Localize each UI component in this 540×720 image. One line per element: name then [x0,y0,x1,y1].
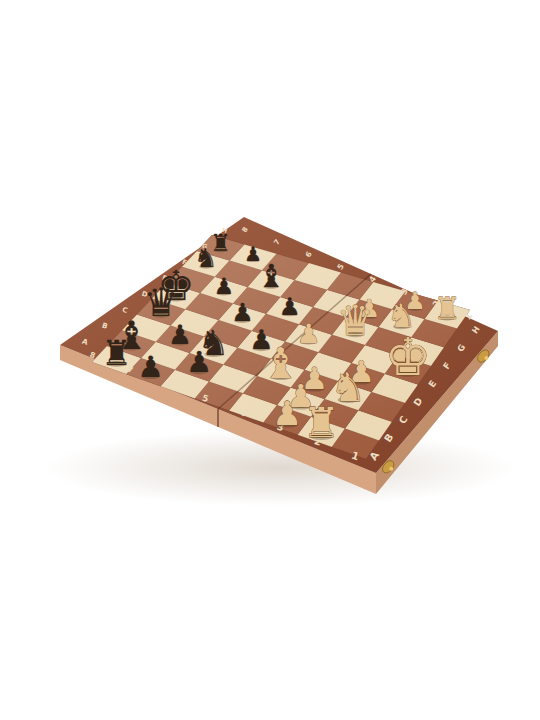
piece-bB-g6: ♝ [257,257,286,295]
piece-bN-g8: ♞ [194,242,218,273]
piece-wR-a2: ♜ [303,398,340,447]
svg-text:♚: ♚ [385,327,431,387]
svg-text:♟: ♟ [138,350,164,384]
svg-text:♜: ♜ [303,398,340,447]
piece-wP-e4: ♟ [297,318,321,349]
svg-text:♟: ♟ [272,394,302,433]
chessboard-photo: A1A1B2B2C3C3D4D4E5E5F6F6G7G7H8H8 ♜♟♞♝♟♚♟… [0,0,540,720]
side-seam [217,409,219,427]
piece-bP-f5: ♟ [279,292,301,321]
svg-text:♝: ♝ [257,257,286,295]
svg-text:♟: ♟ [231,298,253,327]
svg-text:♛: ♛ [337,296,375,345]
product-photo-stage: { "game": "chess", "board_style": "foldi… [0,0,540,720]
piece-wQ-f3: ♛ [337,296,375,345]
svg-text:♟: ♟ [279,292,301,321]
piece-wK-e1: ♚ [385,327,431,387]
piece-wP-a3: ♟ [272,394,302,433]
piece-wR-h1: ♜ [434,291,461,326]
piece-bR-a8: ♜ [101,333,132,373]
svg-text:♞: ♞ [194,242,218,273]
piece-bP-f7: ♟ [214,273,234,299]
svg-text:♟: ♟ [297,318,321,349]
svg-text:♜: ♜ [434,291,461,326]
svg-text:♟: ♟ [214,273,234,299]
svg-text:♜: ♜ [101,333,132,373]
piece-bP-a7: ♟ [138,350,164,384]
svg-text:♟: ♟ [186,345,212,379]
piece-bP-e6: ♟ [231,298,253,327]
piece-bP-b6: ♟ [186,345,212,379]
